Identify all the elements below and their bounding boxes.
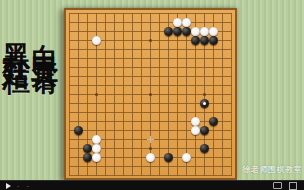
white-stone xyxy=(191,27,200,36)
white-stone xyxy=(92,36,101,45)
hoshi-dot xyxy=(203,93,206,96)
black-stone xyxy=(74,126,83,135)
hoshi-dot xyxy=(149,93,152,96)
white-stone xyxy=(146,153,155,162)
white-stone xyxy=(200,27,209,36)
last-move-marker xyxy=(203,102,206,105)
hint-cross-marker xyxy=(147,136,154,143)
black-player-column: 黑朴廷桓 xyxy=(2,22,30,54)
white-stone xyxy=(182,153,191,162)
channel-watermark: 徐老师围棋教室 xyxy=(243,164,303,175)
white-stone xyxy=(173,18,182,27)
black-stone xyxy=(173,27,182,36)
black-stone xyxy=(83,153,92,162)
settings-icon[interactable] xyxy=(273,182,282,189)
black-stone xyxy=(200,36,209,45)
black-stone xyxy=(200,144,209,153)
black-stone xyxy=(164,153,173,162)
white-stone xyxy=(92,153,101,162)
white-stone xyxy=(191,117,200,126)
white-stone xyxy=(191,126,200,135)
white-player-column: 白申真谞 xyxy=(31,22,59,54)
black-stone xyxy=(164,27,173,36)
time-indicator: · · xyxy=(17,183,32,189)
black-stone xyxy=(209,117,218,126)
hoshi-dot xyxy=(95,93,98,96)
video-controls-bar[interactable]: · · xyxy=(0,180,304,190)
black-stone xyxy=(200,126,209,135)
go-board xyxy=(64,8,237,180)
white-stone xyxy=(92,144,101,153)
black-stone xyxy=(191,36,200,45)
black-stone xyxy=(200,99,209,108)
black-stone xyxy=(182,27,191,36)
play-button[interactable] xyxy=(6,183,11,189)
video-frame[interactable]: 黑朴廷桓 白申真谞 徐老师围棋教室 · · xyxy=(0,0,304,190)
white-stone xyxy=(92,135,101,144)
hoshi-dot xyxy=(149,147,152,150)
fullscreen-icon[interactable] xyxy=(289,182,297,190)
white-stone xyxy=(182,18,191,27)
black-stone xyxy=(209,36,218,45)
black-stone xyxy=(83,144,92,153)
hoshi-dot xyxy=(149,39,152,42)
white-stone xyxy=(209,27,218,36)
